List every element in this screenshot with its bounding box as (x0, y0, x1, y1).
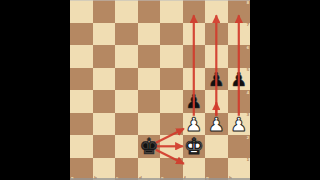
right-letterbox (250, 0, 320, 180)
chess-board: 8765432abcdefgh1 ♟♟♟♟♟♟♚♚ (70, 0, 250, 180)
arrow-d2-f3 (156, 129, 184, 143)
video-frame: 8765432abcdefgh1 ♟♟♟♟♟♟♚♚ (0, 0, 320, 180)
arrows-overlay (70, 0, 250, 180)
left-letterbox (0, 0, 70, 180)
arrow-d2-f1 (156, 150, 184, 164)
